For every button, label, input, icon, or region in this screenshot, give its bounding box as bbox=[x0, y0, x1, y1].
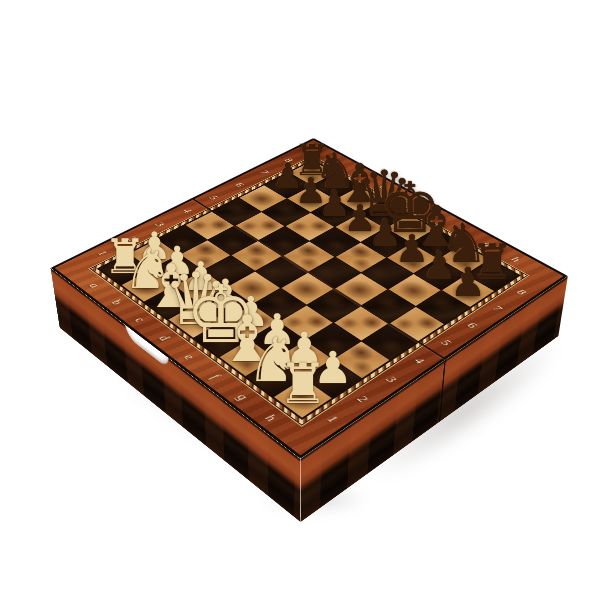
square-g6 bbox=[388, 274, 440, 306]
square-h3 bbox=[334, 341, 390, 378]
square-f2 bbox=[250, 322, 305, 357]
square-f3 bbox=[279, 305, 333, 339]
square-h6 bbox=[416, 291, 469, 324]
square-h4 bbox=[362, 324, 417, 359]
square-g4 bbox=[334, 306, 388, 340]
square-g1 bbox=[246, 358, 303, 396]
square-f5 bbox=[335, 273, 387, 305]
square-b1 bbox=[122, 270, 174, 302]
square-d2 bbox=[199, 287, 252, 320]
fold-seam-side bbox=[439, 359, 446, 422]
product-photo-scene: abcdefgh abcdefgh 87654321 87654321 ♜♞♝♛… bbox=[0, 0, 600, 600]
square-h2 bbox=[304, 359, 361, 397]
square-h5 bbox=[390, 307, 444, 341]
square-e4 bbox=[281, 272, 333, 304]
square-e2 bbox=[224, 304, 278, 338]
square-c2 bbox=[175, 271, 227, 303]
square-e3 bbox=[253, 288, 306, 321]
square-g2 bbox=[277, 340, 333, 377]
square-e1 bbox=[194, 321, 249, 356]
square-c1 bbox=[145, 286, 198, 319]
square-d1 bbox=[169, 303, 223, 337]
square-h1 bbox=[274, 378, 332, 418]
square-f1 bbox=[219, 339, 275, 376]
square-g3 bbox=[306, 323, 361, 358]
square-h7 bbox=[442, 275, 494, 307]
square-d3 bbox=[228, 272, 280, 304]
square-g5 bbox=[362, 290, 415, 323]
square-f4 bbox=[307, 289, 360, 322]
